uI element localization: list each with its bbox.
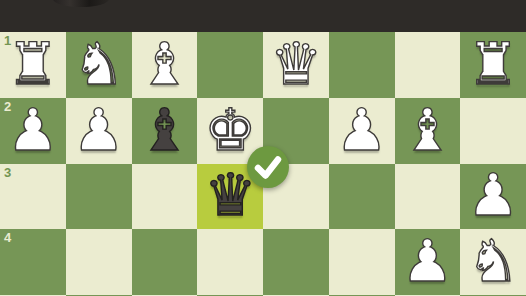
square-g3[interactable]	[66, 164, 132, 230]
white-queen-d1[interactable]: ♛	[270, 35, 322, 93]
square-e4[interactable]	[197, 229, 263, 295]
partial-black-piece	[53, 0, 109, 7]
square-b3[interactable]	[395, 164, 461, 230]
top-bar	[0, 0, 526, 32]
square-a3[interactable]: ♟	[460, 164, 526, 230]
white-pawn-g2[interactable]: ♟	[73, 101, 125, 159]
white-bishop-b2[interactable]: ♝	[401, 101, 453, 159]
square-g4[interactable]	[66, 229, 132, 295]
square-c2[interactable]: ♟	[329, 98, 395, 164]
square-g2[interactable]: ♟	[66, 98, 132, 164]
square-a4[interactable]: ♞	[460, 229, 526, 295]
square-b2[interactable]: ♝	[395, 98, 461, 164]
white-pawn-a3[interactable]: ♟	[467, 166, 519, 224]
square-f4[interactable]	[132, 229, 198, 295]
square-h1[interactable]: 1♜	[0, 32, 66, 98]
rank-label-4: 4	[4, 231, 11, 244]
white-rook-h1[interactable]: ♜	[7, 35, 59, 93]
white-pawn-h2[interactable]: ♟	[7, 101, 59, 159]
square-g1[interactable]: ♞	[66, 32, 132, 98]
checkmark-icon	[247, 146, 289, 188]
rank-label-3: 3	[4, 166, 11, 179]
square-d4[interactable]	[263, 229, 329, 295]
white-rook-a1[interactable]: ♜	[467, 35, 519, 93]
square-d1[interactable]: ♛	[263, 32, 329, 98]
black-bishop-f2[interactable]: ♝	[138, 101, 190, 159]
white-pawn-b4[interactable]: ♟	[401, 232, 453, 290]
square-a1[interactable]: ♜	[460, 32, 526, 98]
square-h4[interactable]: 4	[0, 229, 66, 295]
square-c4[interactable]	[329, 229, 395, 295]
square-c3[interactable]	[329, 164, 395, 230]
square-f1[interactable]: ♝	[132, 32, 198, 98]
square-f2[interactable]: ♝	[132, 98, 198, 164]
square-a2[interactable]	[460, 98, 526, 164]
square-c1[interactable]	[329, 32, 395, 98]
square-f3[interactable]	[132, 164, 198, 230]
square-e1[interactable]	[197, 32, 263, 98]
white-knight-a4[interactable]: ♞	[467, 232, 519, 290]
square-h3[interactable]: 3	[0, 164, 66, 230]
square-b1[interactable]	[395, 32, 461, 98]
white-bishop-f1[interactable]: ♝	[138, 35, 190, 93]
white-knight-g1[interactable]: ♞	[73, 35, 125, 93]
square-b4[interactable]: ♟	[395, 229, 461, 295]
white-pawn-c2[interactable]: ♟	[336, 101, 388, 159]
chess-app-screen: 1♜♞♝♛♜2♟♟♝♚♟♝3♛♟4♟♞	[0, 0, 526, 296]
square-h2[interactable]: 2♟	[0, 98, 66, 164]
correct-move-badge-icon	[247, 146, 289, 188]
